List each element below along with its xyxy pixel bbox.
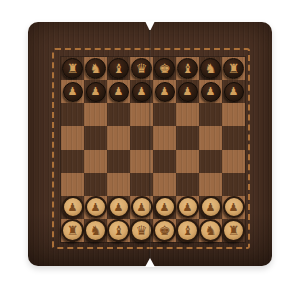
black-pawn: ♟: [86, 82, 106, 102]
square-f5: [176, 126, 199, 149]
white-king: ♚: [153, 219, 176, 242]
piece-glyph: ♟: [91, 86, 101, 97]
piece-glyph: ♟: [68, 86, 78, 97]
square-h6: [222, 103, 245, 126]
piece-glyph: ♜: [67, 223, 79, 236]
white-bishop: ♝: [107, 219, 130, 242]
white-pawn: ♟: [200, 196, 222, 218]
square-b7: ♟: [84, 80, 107, 103]
square-e3: [153, 173, 176, 196]
piece-glyph: ♟: [206, 201, 216, 212]
black-knight: ♞: [85, 58, 106, 79]
square-h5: [222, 126, 245, 149]
square-b6: [84, 103, 107, 126]
white-pawn: ♟: [85, 196, 107, 218]
piece-glyph: ♟: [183, 86, 193, 97]
white-rook: ♜: [61, 219, 84, 242]
black-queen: ♛: [131, 58, 152, 79]
square-d5: [130, 126, 153, 149]
fold-notch-top: [145, 21, 155, 30]
square-a5: [61, 126, 84, 149]
piece-glyph: ♚: [159, 223, 171, 236]
piece-glyph: ♝: [182, 223, 194, 236]
square-f6: [176, 103, 199, 126]
square-f4: [176, 150, 199, 173]
square-a3: [61, 173, 84, 196]
square-c2: ♟: [107, 196, 130, 219]
square-c8: ♝: [107, 57, 130, 80]
square-e1: ♚: [153, 219, 176, 242]
piece-glyph: ♝: [113, 62, 125, 75]
piece-glyph: ♟: [114, 201, 124, 212]
fold-notch-bottom: [145, 258, 155, 267]
piece-glyph: ♞: [205, 62, 217, 75]
square-c7: ♟: [107, 80, 130, 103]
piece-glyph: ♟: [68, 201, 78, 212]
white-knight: ♞: [199, 219, 222, 242]
white-pawn: ♟: [62, 196, 84, 218]
white-pawn: ♟: [223, 196, 245, 218]
square-e6: [153, 103, 176, 126]
square-a4: [61, 150, 84, 173]
piece-glyph: ♟: [229, 201, 239, 212]
black-pawn: ♟: [224, 82, 244, 102]
square-d4: [130, 150, 153, 173]
square-e2: ♟: [153, 196, 176, 219]
black-bishop: ♝: [177, 58, 198, 79]
square-b4: [84, 150, 107, 173]
square-b5: [84, 126, 107, 149]
white-bishop: ♝: [176, 219, 199, 242]
square-h8: ♜: [222, 57, 245, 80]
piece-glyph: ♜: [228, 62, 240, 75]
square-b2: ♟: [84, 196, 107, 219]
piece-glyph: ♞: [90, 223, 102, 236]
white-rook: ♜: [222, 219, 245, 242]
square-e5: [153, 126, 176, 149]
square-h3: [222, 173, 245, 196]
piece-glyph: ♞: [205, 223, 217, 236]
white-pawn: ♟: [177, 196, 199, 218]
black-king: ♚: [154, 58, 175, 79]
square-a1: ♜: [61, 219, 84, 242]
piece-glyph: ♟: [160, 86, 170, 97]
white-knight: ♞: [84, 219, 107, 242]
piece-glyph: ♛: [136, 223, 148, 236]
piece-glyph: ♝: [182, 62, 194, 75]
piece-glyph: ♛: [136, 62, 148, 75]
square-a2: ♟: [61, 196, 84, 219]
square-e8: ♚: [153, 57, 176, 80]
board-grid: ♜♞♝♛♚♝♞♜♟♟♟♟♟♟♟♟♟♟♟♟♟♟♟♟♜♞♝♛♚♝♞♜: [61, 57, 245, 242]
square-h1: ♜: [222, 219, 245, 242]
piece-glyph: ♟: [91, 201, 101, 212]
square-d1: ♛: [130, 219, 153, 242]
piece-glyph: ♟: [183, 201, 193, 212]
square-h2: ♟: [222, 196, 245, 219]
black-pawn: ♟: [178, 82, 198, 102]
chess-board: ♜♞♝♛♚♝♞♜♟♟♟♟♟♟♟♟♟♟♟♟♟♟♟♟♜♞♝♛♚♝♞♜: [28, 22, 272, 266]
square-f2: ♟: [176, 196, 199, 219]
square-g3: [199, 173, 222, 196]
piece-glyph: ♟: [137, 201, 147, 212]
square-g5: [199, 126, 222, 149]
square-g4: [199, 150, 222, 173]
square-e4: [153, 150, 176, 173]
black-rook: ♜: [223, 58, 244, 79]
square-g6: [199, 103, 222, 126]
white-pawn: ♟: [131, 196, 153, 218]
square-c1: ♝: [107, 219, 130, 242]
black-pawn: ♟: [109, 82, 129, 102]
square-c3: [107, 173, 130, 196]
square-e7: ♟: [153, 80, 176, 103]
square-d3: [130, 173, 153, 196]
square-a6: [61, 103, 84, 126]
piece-glyph: ♟: [114, 86, 124, 97]
square-g2: ♟: [199, 196, 222, 219]
square-f3: [176, 173, 199, 196]
black-pawn: ♟: [201, 82, 221, 102]
square-a7: ♟: [61, 80, 84, 103]
square-c5: [107, 126, 130, 149]
square-h4: [222, 150, 245, 173]
square-g7: ♟: [199, 80, 222, 103]
square-h7: ♟: [222, 80, 245, 103]
black-rook: ♜: [62, 58, 83, 79]
piece-glyph: ♟: [137, 86, 147, 97]
piece-glyph: ♞: [90, 62, 102, 75]
black-pawn: ♟: [155, 82, 175, 102]
piece-glyph: ♜: [67, 62, 79, 75]
square-b3: [84, 173, 107, 196]
white-pawn: ♟: [108, 196, 130, 218]
square-b1: ♞: [84, 219, 107, 242]
piece-glyph: ♚: [159, 62, 171, 75]
square-c4: [107, 150, 130, 173]
square-d2: ♟: [130, 196, 153, 219]
square-d6: [130, 103, 153, 126]
square-a8: ♜: [61, 57, 84, 80]
square-g1: ♞: [199, 219, 222, 242]
piece-glyph: ♟: [160, 201, 170, 212]
white-pawn: ♟: [154, 196, 176, 218]
square-g8: ♞: [199, 57, 222, 80]
square-f7: ♟: [176, 80, 199, 103]
square-b8: ♞: [84, 57, 107, 80]
piece-glyph: ♜: [228, 223, 240, 236]
piece-glyph: ♟: [206, 86, 216, 97]
black-pawn: ♟: [132, 82, 152, 102]
black-bishop: ♝: [108, 58, 129, 79]
product-photo: ♜♞♝♛♚♝♞♜♟♟♟♟♟♟♟♟♟♟♟♟♟♟♟♟♜♞♝♛♚♝♞♜: [0, 0, 300, 300]
white-queen: ♛: [130, 219, 153, 242]
square-d7: ♟: [130, 80, 153, 103]
piece-glyph: ♟: [229, 86, 239, 97]
black-knight: ♞: [200, 58, 221, 79]
piece-glyph: ♝: [113, 223, 125, 236]
square-f1: ♝: [176, 219, 199, 242]
black-pawn: ♟: [63, 82, 83, 102]
square-f8: ♝: [176, 57, 199, 80]
square-d8: ♛: [130, 57, 153, 80]
square-c6: [107, 103, 130, 126]
